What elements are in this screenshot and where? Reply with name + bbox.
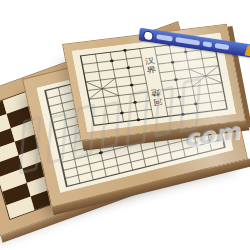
label-text-block [203,41,213,47]
label-text-block [175,37,200,46]
product-photo: 汉 界 楚 河 com [0,0,250,250]
label-text-block [156,34,173,41]
xiangqi-board: 汉 界 楚 河 [62,24,246,141]
label-orange-tip [244,45,250,57]
river-char-he: 河 [152,98,164,108]
river-char-jie: 界 [146,65,158,75]
river-char-chu: 楚 [150,88,162,98]
river-char-han: 汉 [144,56,156,66]
brand-logo-icon [143,30,154,41]
label-text-block [215,43,230,50]
